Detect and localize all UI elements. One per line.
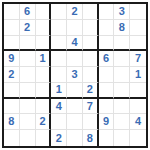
sudoku-cell-r9c8[interactable] xyxy=(114,130,130,146)
sudoku-cell-r2c2[interactable]: 2 xyxy=(20,20,36,36)
sudoku-cell-r6c8[interactable] xyxy=(114,83,130,99)
sudoku-cell-r9c3[interactable] xyxy=(36,130,52,146)
sudoku-cell-r3c9[interactable] xyxy=(130,36,146,52)
sudoku-cell-r2c9[interactable] xyxy=(130,20,146,36)
sudoku-cell-r6c9[interactable] xyxy=(130,83,146,99)
sudoku-cell-r7c7[interactable] xyxy=(99,99,115,115)
sudoku-cell-r7c6[interactable]: 7 xyxy=(83,99,99,115)
sudoku-cell-r1c6[interactable] xyxy=(83,4,99,20)
sudoku-cell-r8c4[interactable] xyxy=(51,114,67,130)
sudoku-cell-r3c2[interactable] xyxy=(20,36,36,52)
sudoku-cell-r4c8[interactable] xyxy=(114,51,130,67)
sudoku-cell-r7c8[interactable] xyxy=(114,99,130,115)
sudoku-cell-r7c3[interactable] xyxy=(36,99,52,115)
sudoku-cell-r1c3[interactable] xyxy=(36,4,52,20)
sudoku-cell-r7c4[interactable]: 4 xyxy=(51,99,67,115)
sudoku-cell-r2c6[interactable] xyxy=(83,20,99,36)
sudoku-cell-r5c8[interactable] xyxy=(114,67,130,83)
sudoku-cell-r3c7[interactable] xyxy=(99,36,115,52)
sudoku-cell-r4c5[interactable] xyxy=(67,51,83,67)
sudoku-cell-r6c2[interactable] xyxy=(20,83,36,99)
sudoku-cell-r6c1[interactable] xyxy=(4,83,20,99)
sudoku-cell-r6c5[interactable] xyxy=(67,83,83,99)
sudoku-cell-r8c5[interactable] xyxy=(67,114,83,130)
sudoku-cell-r6c3[interactable] xyxy=(36,83,52,99)
sudoku-cell-r9c1[interactable] xyxy=(4,130,20,146)
sudoku-cell-r9c6[interactable]: 8 xyxy=(83,130,99,146)
sudoku-cell-r2c4[interactable] xyxy=(51,20,67,36)
sudoku-cell-r5c1[interactable]: 2 xyxy=(4,67,20,83)
sudoku-cell-r2c8[interactable]: 8 xyxy=(114,20,130,36)
sudoku-cell-r1c5[interactable]: 2 xyxy=(67,4,83,20)
sudoku-cell-r4c3[interactable]: 1 xyxy=(36,51,52,67)
sudoku-cell-r7c2[interactable] xyxy=(20,99,36,115)
sudoku-cell-r8c9[interactable]: 4 xyxy=(130,114,146,130)
sudoku-cell-r5c5[interactable]: 3 xyxy=(67,67,83,83)
sudoku-cell-r4c9[interactable]: 7 xyxy=(130,51,146,67)
sudoku-cell-r7c5[interactable] xyxy=(67,99,83,115)
sudoku-cell-r1c8[interactable]: 3 xyxy=(114,4,130,20)
sudoku-cell-r4c2[interactable] xyxy=(20,51,36,67)
sudoku-cell-r8c6[interactable] xyxy=(83,114,99,130)
sudoku-cell-r9c5[interactable] xyxy=(67,130,83,146)
sudoku-cell-r5c4[interactable] xyxy=(51,67,67,83)
sudoku-cell-r2c5[interactable] xyxy=(67,20,83,36)
sudoku-cell-r4c4[interactable] xyxy=(51,51,67,67)
sudoku-cell-r3c1[interactable] xyxy=(4,36,20,52)
sudoku-cell-r1c4[interactable] xyxy=(51,4,67,20)
sudoku-cell-r7c9[interactable] xyxy=(130,99,146,115)
sudoku-cell-r1c2[interactable]: 6 xyxy=(20,4,36,20)
sudoku-cell-r3c5[interactable]: 4 xyxy=(67,36,83,52)
sudoku-cell-r1c1[interactable] xyxy=(4,4,20,20)
sudoku-cell-r8c7[interactable]: 9 xyxy=(99,114,115,130)
sudoku-cell-r5c3[interactable] xyxy=(36,67,52,83)
sudoku-cell-r9c2[interactable] xyxy=(20,130,36,146)
sudoku-cell-r4c6[interactable] xyxy=(83,51,99,67)
sudoku-cell-r9c9[interactable] xyxy=(130,130,146,146)
sudoku-cell-r6c4[interactable]: 1 xyxy=(51,83,67,99)
sudoku-cell-r7c1[interactable] xyxy=(4,99,20,115)
sudoku-cell-r5c6[interactable] xyxy=(83,67,99,83)
sudoku-cell-r3c3[interactable] xyxy=(36,36,52,52)
sudoku-cell-r1c7[interactable] xyxy=(99,4,115,20)
sudoku-cell-r9c7[interactable] xyxy=(99,130,115,146)
sudoku-cell-r2c1[interactable] xyxy=(4,20,20,36)
sudoku-cell-r5c2[interactable] xyxy=(20,67,36,83)
sudoku-cell-r8c2[interactable] xyxy=(20,114,36,130)
sudoku-cell-r2c3[interactable] xyxy=(36,20,52,36)
sudoku-cell-r6c7[interactable] xyxy=(99,83,115,99)
sudoku-cell-r9c4[interactable]: 2 xyxy=(51,130,67,146)
sudoku-cell-r6c6[interactable]: 2 xyxy=(83,83,99,99)
sudoku-cell-r5c7[interactable] xyxy=(99,67,115,83)
sudoku-cell-r4c1[interactable]: 9 xyxy=(4,51,20,67)
sudoku-cell-r3c6[interactable] xyxy=(83,36,99,52)
sudoku-cell-r5c9[interactable]: 1 xyxy=(130,67,146,83)
sudoku-cell-r3c4[interactable] xyxy=(51,36,67,52)
sudoku-cell-r8c1[interactable]: 8 xyxy=(4,114,20,130)
sudoku-cell-r3c8[interactable] xyxy=(114,36,130,52)
sudoku-cell-r8c3[interactable]: 2 xyxy=(36,114,52,130)
sudoku-cell-r8c8[interactable] xyxy=(114,114,130,130)
sudoku-cell-r1c9[interactable] xyxy=(130,4,146,20)
sudoku-cell-r4c7[interactable]: 6 xyxy=(99,51,115,67)
sudoku-cell-r2c7[interactable] xyxy=(99,20,115,36)
sudoku-board: 62328491672311247829428 xyxy=(2,2,148,148)
